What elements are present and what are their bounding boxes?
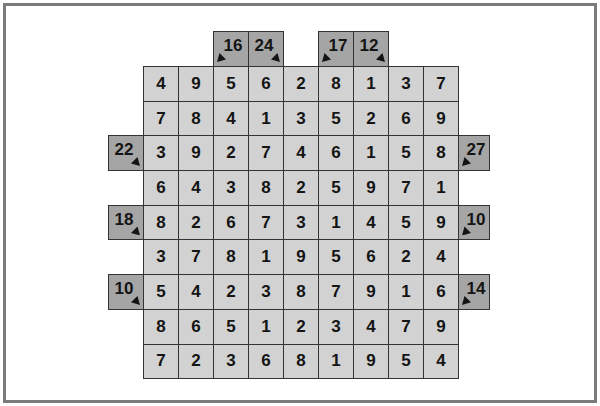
clue-value: 18 <box>115 210 134 230</box>
cell-r2c9: 9 <box>424 102 459 137</box>
cell-r2c3: 4 <box>214 102 249 137</box>
cell-r7c8: 1 <box>389 275 424 310</box>
cell-r3c9: 8 <box>424 136 459 171</box>
cell-r6c6: 5 <box>319 240 354 275</box>
clue-value: 27 <box>467 140 486 160</box>
cell-r9c3: 3 <box>214 345 249 380</box>
cell-r7c1: 5 <box>144 275 179 310</box>
cell-r6c4: 1 <box>249 240 284 275</box>
cell-r6c1: 3 <box>144 240 179 275</box>
cell-r5c5: 3 <box>284 206 319 241</box>
cell-r1c1: 4 <box>144 67 179 102</box>
cell-r9c8: 5 <box>389 345 424 380</box>
clue-value: 22 <box>115 140 134 160</box>
cell-r8c2: 6 <box>179 310 214 345</box>
clue-top-17: 17 <box>318 31 354 67</box>
cell-r1c9: 7 <box>424 67 459 102</box>
cell-r1c7: 1 <box>354 67 389 102</box>
cell-r8c8: 7 <box>389 310 424 345</box>
cell-r5c8: 5 <box>389 206 424 241</box>
cell-r1c2: 9 <box>179 67 214 102</box>
clue-top-16: 16 <box>213 31 249 67</box>
cell-r9c9: 4 <box>424 345 459 380</box>
cell-r6c3: 8 <box>214 240 249 275</box>
cell-r5c6: 1 <box>319 206 354 241</box>
cell-r2c8: 6 <box>389 102 424 137</box>
clue-value: 24 <box>255 36 274 56</box>
clue-right-10: 10 <box>458 205 490 241</box>
cell-r7c3: 2 <box>214 275 249 310</box>
cell-r9c1: 7 <box>144 345 179 380</box>
cell-r9c2: 2 <box>179 345 214 380</box>
cell-r5c3: 6 <box>214 206 249 241</box>
cell-r7c9: 6 <box>424 275 459 310</box>
clue-right-14: 14 <box>458 274 490 310</box>
cell-r8c9: 9 <box>424 310 459 345</box>
cell-r7c7: 9 <box>354 275 389 310</box>
cell-r8c6: 3 <box>319 310 354 345</box>
cell-r3c4: 7 <box>249 136 284 171</box>
cell-r3c5: 4 <box>284 136 319 171</box>
cell-r4c1: 6 <box>144 171 179 206</box>
cell-r4c2: 4 <box>179 171 214 206</box>
cell-r8c5: 2 <box>284 310 319 345</box>
cell-r4c9: 1 <box>424 171 459 206</box>
cell-r1c8: 3 <box>389 67 424 102</box>
puzzle-grid: 4956281377841352693927461586438259718267… <box>143 66 459 379</box>
cell-r3c1: 3 <box>144 136 179 171</box>
cell-r4c6: 5 <box>319 171 354 206</box>
cell-r5c7: 4 <box>354 206 389 241</box>
cell-r5c9: 9 <box>424 206 459 241</box>
cell-r3c3: 2 <box>214 136 249 171</box>
clue-value: 14 <box>467 279 486 299</box>
cell-r1c5: 2 <box>284 67 319 102</box>
cell-r7c4: 3 <box>249 275 284 310</box>
cell-r6c8: 2 <box>389 240 424 275</box>
cell-r5c2: 2 <box>179 206 214 241</box>
cell-r1c3: 5 <box>214 67 249 102</box>
cell-r8c4: 1 <box>249 310 284 345</box>
cell-r8c1: 8 <box>144 310 179 345</box>
clue-value: 12 <box>360 36 379 56</box>
clue-left-22: 22 <box>108 135 144 171</box>
clue-top-24: 24 <box>248 31 284 67</box>
clue-value: 10 <box>467 210 486 230</box>
cell-r4c5: 2 <box>284 171 319 206</box>
cell-r7c5: 8 <box>284 275 319 310</box>
cell-r5c4: 7 <box>249 206 284 241</box>
cell-r9c6: 1 <box>319 345 354 380</box>
cell-r2c7: 2 <box>354 102 389 137</box>
cell-r5c1: 8 <box>144 206 179 241</box>
cell-r8c7: 4 <box>354 310 389 345</box>
cell-r3c2: 9 <box>179 136 214 171</box>
clue-left-10: 10 <box>108 274 144 310</box>
cell-r1c6: 8 <box>319 67 354 102</box>
clue-value: 17 <box>329 36 348 56</box>
cell-r4c4: 8 <box>249 171 284 206</box>
cell-r7c6: 7 <box>319 275 354 310</box>
cell-r9c4: 6 <box>249 345 284 380</box>
cell-r4c3: 3 <box>214 171 249 206</box>
clue-top-12: 12 <box>353 31 389 67</box>
cell-r3c7: 1 <box>354 136 389 171</box>
cell-r4c7: 9 <box>354 171 389 206</box>
cell-r2c4: 1 <box>249 102 284 137</box>
cell-r3c8: 5 <box>389 136 424 171</box>
cell-r4c8: 7 <box>389 171 424 206</box>
clue-value: 10 <box>115 279 134 299</box>
cell-r7c2: 4 <box>179 275 214 310</box>
cell-r3c6: 6 <box>319 136 354 171</box>
cell-r2c6: 5 <box>319 102 354 137</box>
cell-r6c7: 6 <box>354 240 389 275</box>
cell-r2c5: 3 <box>284 102 319 137</box>
clue-left-18: 18 <box>108 205 144 241</box>
cell-r6c9: 4 <box>424 240 459 275</box>
cell-r9c5: 8 <box>284 345 319 380</box>
cell-r9c7: 9 <box>354 345 389 380</box>
cell-r6c2: 7 <box>179 240 214 275</box>
clue-value: 16 <box>224 36 243 56</box>
cell-r2c2: 8 <box>179 102 214 137</box>
cell-r2c1: 7 <box>144 102 179 137</box>
cell-r6c5: 9 <box>284 240 319 275</box>
clue-right-27: 27 <box>458 135 490 171</box>
cell-r8c3: 5 <box>214 310 249 345</box>
cell-r1c4: 6 <box>249 67 284 102</box>
